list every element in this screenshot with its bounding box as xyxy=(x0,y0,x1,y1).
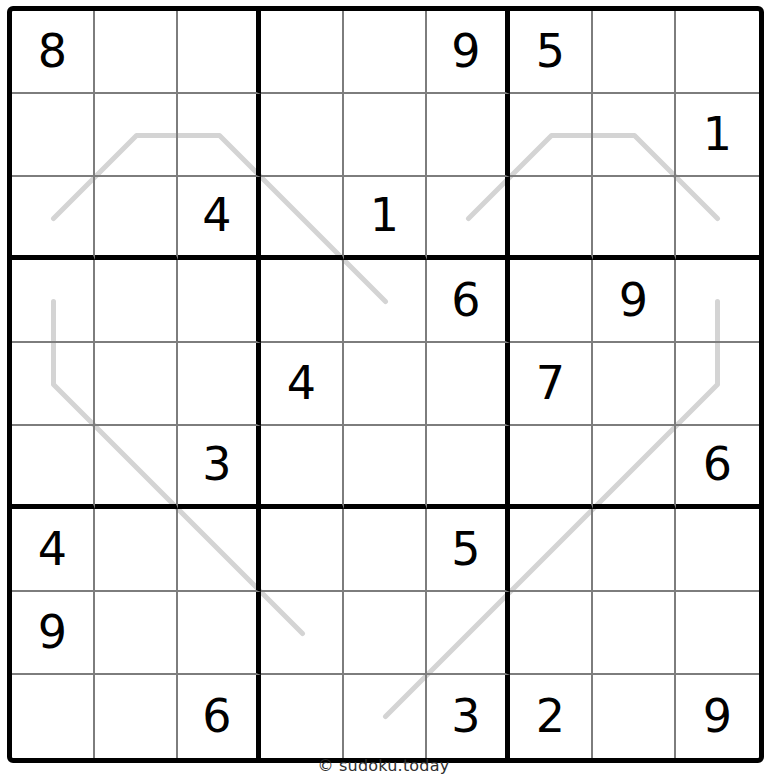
given-digit: 4 xyxy=(287,360,316,406)
cell-r8c6[interactable] xyxy=(427,592,510,675)
cell-r1c7[interactable]: 5 xyxy=(510,11,593,94)
cell-r4c8[interactable]: 9 xyxy=(593,260,676,343)
given-digit: 9 xyxy=(703,693,732,739)
cell-r3c9[interactable] xyxy=(676,177,759,260)
sudoku-screen: 8951416947364596329 © sudoku.today xyxy=(0,0,767,777)
cell-r5c7[interactable]: 7 xyxy=(510,343,593,426)
cell-r7c1[interactable]: 4 xyxy=(12,509,95,592)
given-digit: 4 xyxy=(202,192,231,238)
cell-r6c1[interactable] xyxy=(12,426,95,509)
cell-r9c3[interactable]: 6 xyxy=(178,675,261,758)
cell-r2c4[interactable] xyxy=(261,94,344,177)
cell-r5c9[interactable] xyxy=(676,343,759,426)
cell-r9c9[interactable]: 9 xyxy=(676,675,759,758)
cell-r8c9[interactable] xyxy=(676,592,759,675)
cell-r9c2[interactable] xyxy=(95,675,178,758)
cell-r1c5[interactable] xyxy=(344,11,427,94)
cell-r2c7[interactable] xyxy=(510,94,593,177)
cell-r4c9[interactable] xyxy=(676,260,759,343)
given-digit: 6 xyxy=(202,693,231,739)
sudoku-board: 8951416947364596329 xyxy=(7,6,764,763)
given-digit: 5 xyxy=(536,28,565,74)
cell-r2c8[interactable] xyxy=(593,94,676,177)
cell-r9c1[interactable] xyxy=(12,675,95,758)
cell-r4c7[interactable] xyxy=(510,260,593,343)
cell-r6c6[interactable] xyxy=(427,426,510,509)
cell-r3c5[interactable]: 1 xyxy=(344,177,427,260)
cell-r7c8[interactable] xyxy=(593,509,676,592)
cell-r5c3[interactable] xyxy=(178,343,261,426)
given-digit: 6 xyxy=(451,277,480,323)
cell-r3c4[interactable] xyxy=(261,177,344,260)
cell-r3c1[interactable] xyxy=(12,177,95,260)
cell-r7c9[interactable] xyxy=(676,509,759,592)
cell-r2c9[interactable]: 1 xyxy=(676,94,759,177)
given-digit: 7 xyxy=(536,360,565,406)
cell-r1c3[interactable] xyxy=(178,11,261,94)
cell-r8c8[interactable] xyxy=(593,592,676,675)
cell-r4c3[interactable] xyxy=(178,260,261,343)
cell-r8c5[interactable] xyxy=(344,592,427,675)
given-digit: 6 xyxy=(703,441,732,487)
cell-r9c7[interactable]: 2 xyxy=(510,675,593,758)
cell-r1c6[interactable]: 9 xyxy=(427,11,510,94)
cell-r6c5[interactable] xyxy=(344,426,427,509)
cell-r4c2[interactable] xyxy=(95,260,178,343)
cell-r8c3[interactable] xyxy=(178,592,261,675)
cell-r3c7[interactable] xyxy=(510,177,593,260)
cell-r9c8[interactable] xyxy=(593,675,676,758)
given-digit: 4 xyxy=(38,526,67,572)
cell-r5c6[interactable] xyxy=(427,343,510,426)
cell-r1c1[interactable]: 8 xyxy=(12,11,95,94)
given-digit: 9 xyxy=(451,28,480,74)
cell-r6c8[interactable] xyxy=(593,426,676,509)
given-digit: 1 xyxy=(370,192,399,238)
cell-r1c2[interactable] xyxy=(95,11,178,94)
cell-r9c4[interactable] xyxy=(261,675,344,758)
cell-r2c1[interactable] xyxy=(12,94,95,177)
given-digit: 1 xyxy=(703,111,732,157)
cell-r4c6[interactable]: 6 xyxy=(427,260,510,343)
cell-r3c3[interactable]: 4 xyxy=(178,177,261,260)
given-digit: 5 xyxy=(451,526,480,572)
cell-r6c3[interactable]: 3 xyxy=(178,426,261,509)
cell-r3c8[interactable] xyxy=(593,177,676,260)
cell-r8c2[interactable] xyxy=(95,592,178,675)
cell-r7c7[interactable] xyxy=(510,509,593,592)
given-digit: 8 xyxy=(38,28,67,74)
cell-r7c6[interactable]: 5 xyxy=(427,509,510,592)
cell-r1c9[interactable] xyxy=(676,11,759,94)
cell-r5c1[interactable] xyxy=(12,343,95,426)
cell-r3c6[interactable] xyxy=(427,177,510,260)
cell-r2c5[interactable] xyxy=(344,94,427,177)
given-digit: 9 xyxy=(619,277,648,323)
cell-r7c3[interactable] xyxy=(178,509,261,592)
cell-r7c4[interactable] xyxy=(261,509,344,592)
cell-r1c8[interactable] xyxy=(593,11,676,94)
cell-r7c2[interactable] xyxy=(95,509,178,592)
cell-r8c1[interactable]: 9 xyxy=(12,592,95,675)
cell-r5c5[interactable] xyxy=(344,343,427,426)
given-digit: 3 xyxy=(451,693,480,739)
cell-r2c3[interactable] xyxy=(178,94,261,177)
cell-r1c4[interactable] xyxy=(261,11,344,94)
given-digit: 2 xyxy=(536,693,565,739)
cell-r9c6[interactable]: 3 xyxy=(427,675,510,758)
cell-r5c2[interactable] xyxy=(95,343,178,426)
cell-r8c7[interactable] xyxy=(510,592,593,675)
cell-r4c1[interactable] xyxy=(12,260,95,343)
cell-r8c4[interactable] xyxy=(261,592,344,675)
cell-r3c2[interactable] xyxy=(95,177,178,260)
cell-r6c7[interactable] xyxy=(510,426,593,509)
cell-r6c2[interactable] xyxy=(95,426,178,509)
copyright-text: © sudoku.today xyxy=(0,756,767,775)
cell-r6c9[interactable]: 6 xyxy=(676,426,759,509)
cell-r9c5[interactable] xyxy=(344,675,427,758)
given-digit: 9 xyxy=(38,609,67,655)
cell-r7c5[interactable] xyxy=(344,509,427,592)
given-digit: 3 xyxy=(202,441,231,487)
cell-r5c4[interactable]: 4 xyxy=(261,343,344,426)
cell-r2c6[interactable] xyxy=(427,94,510,177)
sudoku-grid: 8951416947364596329 xyxy=(12,11,759,758)
cell-r2c2[interactable] xyxy=(95,94,178,177)
cell-r6c4[interactable] xyxy=(261,426,344,509)
cell-r5c8[interactable] xyxy=(593,343,676,426)
cell-r4c4[interactable] xyxy=(261,260,344,343)
cell-r4c5[interactable] xyxy=(344,260,427,343)
